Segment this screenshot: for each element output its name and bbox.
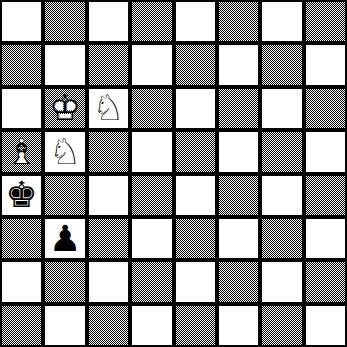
- square-b4[interactable]: [45, 176, 84, 215]
- chess-board-frame: ♚♔♞♘♝♗♞♘♚♟: [0, 0, 347, 347]
- black-king-glyph: ♚: [6, 177, 38, 213]
- square-f3[interactable]: [219, 219, 258, 258]
- square-b1[interactable]: [45, 306, 84, 345]
- square-a7[interactable]: [2, 45, 41, 84]
- square-h5[interactable]: [306, 132, 345, 171]
- white-knight-piece[interactable]: ♞♘: [49, 134, 81, 170]
- square-b7[interactable]: [45, 45, 84, 84]
- square-e7[interactable]: [176, 45, 215, 84]
- square-a3[interactable]: [2, 219, 41, 258]
- white-knight-glyph: ♘: [49, 134, 81, 170]
- square-a1[interactable]: [2, 306, 41, 345]
- square-f7[interactable]: [219, 45, 258, 84]
- square-g1[interactable]: [262, 306, 301, 345]
- square-f2[interactable]: [219, 262, 258, 301]
- square-d8[interactable]: [132, 2, 171, 41]
- square-c1[interactable]: [89, 306, 128, 345]
- square-d7[interactable]: [132, 45, 171, 84]
- square-a6[interactable]: [2, 89, 41, 128]
- square-d4[interactable]: [132, 176, 171, 215]
- square-g3[interactable]: [262, 219, 301, 258]
- square-c2[interactable]: [89, 262, 128, 301]
- square-c6[interactable]: ♞♘: [89, 89, 128, 128]
- white-king-piece[interactable]: ♚♔: [49, 90, 81, 126]
- square-e5[interactable]: [176, 132, 215, 171]
- square-g2[interactable]: [262, 262, 301, 301]
- square-h2[interactable]: [306, 262, 345, 301]
- black-king-piece[interactable]: ♚: [6, 177, 38, 213]
- square-c3[interactable]: [89, 219, 128, 258]
- square-g8[interactable]: [262, 2, 301, 41]
- square-g4[interactable]: [262, 176, 301, 215]
- square-f8[interactable]: [219, 2, 258, 41]
- square-g5[interactable]: [262, 132, 301, 171]
- square-d5[interactable]: [132, 132, 171, 171]
- square-c4[interactable]: [89, 176, 128, 215]
- square-f6[interactable]: [219, 89, 258, 128]
- square-h1[interactable]: [306, 306, 345, 345]
- square-e1[interactable]: [176, 306, 215, 345]
- square-g7[interactable]: [262, 45, 301, 84]
- square-d1[interactable]: [132, 306, 171, 345]
- white-knight-glyph: ♘: [92, 90, 124, 126]
- square-b8[interactable]: [45, 2, 84, 41]
- square-c8[interactable]: [89, 2, 128, 41]
- white-bishop-glyph: ♗: [6, 134, 38, 170]
- white-king-glyph: ♔: [49, 90, 81, 126]
- square-e8[interactable]: [176, 2, 215, 41]
- black-pawn-piece[interactable]: ♟: [49, 221, 81, 257]
- white-knight-piece[interactable]: ♞♘: [92, 90, 124, 126]
- square-a8[interactable]: [2, 2, 41, 41]
- square-d2[interactable]: [132, 262, 171, 301]
- square-h8[interactable]: [306, 2, 345, 41]
- square-b2[interactable]: [45, 262, 84, 301]
- square-c5[interactable]: [89, 132, 128, 171]
- chess-board: ♚♔♞♘♝♗♞♘♚♟: [2, 2, 345, 345]
- square-h4[interactable]: [306, 176, 345, 215]
- black-pawn-glyph: ♟: [49, 221, 81, 257]
- square-e6[interactable]: [176, 89, 215, 128]
- square-b3[interactable]: ♟: [45, 219, 84, 258]
- square-b6[interactable]: ♚♔: [45, 89, 84, 128]
- square-e2[interactable]: [176, 262, 215, 301]
- square-a2[interactable]: [2, 262, 41, 301]
- square-c7[interactable]: [89, 45, 128, 84]
- square-b5[interactable]: ♞♘: [45, 132, 84, 171]
- square-f5[interactable]: [219, 132, 258, 171]
- square-f4[interactable]: [219, 176, 258, 215]
- square-f1[interactable]: [219, 306, 258, 345]
- square-a4[interactable]: ♚: [2, 176, 41, 215]
- square-a5[interactable]: ♝♗: [2, 132, 41, 171]
- square-e4[interactable]: [176, 176, 215, 215]
- square-d6[interactable]: [132, 89, 171, 128]
- square-h6[interactable]: [306, 89, 345, 128]
- square-h7[interactable]: [306, 45, 345, 84]
- white-bishop-piece[interactable]: ♝♗: [6, 134, 38, 170]
- square-e3[interactable]: [176, 219, 215, 258]
- square-h3[interactable]: [306, 219, 345, 258]
- square-g6[interactable]: [262, 89, 301, 128]
- square-d3[interactable]: [132, 219, 171, 258]
